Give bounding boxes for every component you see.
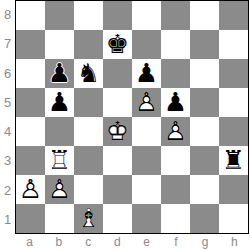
square-d4[interactable]: ♚♔ (103, 117, 132, 146)
square-f2[interactable] (161, 175, 190, 204)
square-c7[interactable] (74, 30, 103, 59)
black-pawn[interactable]: ♟ (45, 59, 74, 88)
black-pawn[interactable]: ♟ (132, 59, 161, 88)
square-h1[interactable] (219, 204, 248, 233)
square-h4[interactable] (219, 117, 248, 146)
square-a5[interactable] (16, 88, 45, 117)
file-label-h: h (220, 234, 249, 250)
black-pawn-glyph: ♟ (161, 88, 190, 117)
square-e5[interactable]: ♟♙ (132, 88, 161, 117)
white-pawn[interactable]: ♟♙ (132, 88, 161, 117)
square-b2[interactable]: ♟♙ (45, 175, 74, 204)
square-d8[interactable] (103, 1, 132, 30)
black-rook[interactable]: ♜ (219, 146, 248, 175)
rank-label-5: 5 (0, 88, 15, 117)
square-b8[interactable] (45, 1, 74, 30)
square-c2[interactable] (74, 175, 103, 204)
square-a7[interactable] (16, 30, 45, 59)
square-f5[interactable]: ♟ (161, 88, 190, 117)
square-h8[interactable] (219, 1, 248, 30)
square-d1[interactable] (103, 204, 132, 233)
square-f3[interactable] (161, 146, 190, 175)
square-g7[interactable] (190, 30, 219, 59)
square-c6[interactable]: ♞ (74, 59, 103, 88)
rank-label-6: 6 (0, 59, 15, 88)
white-pawn[interactable]: ♟♙ (161, 117, 190, 146)
square-g6[interactable] (190, 59, 219, 88)
black-pawn[interactable]: ♟ (45, 88, 74, 117)
white-pawn[interactable]: ♟♙ (16, 175, 45, 204)
square-d3[interactable] (103, 146, 132, 175)
square-c4[interactable] (74, 117, 103, 146)
square-e7[interactable] (132, 30, 161, 59)
file-label-b: b (44, 234, 73, 250)
square-a4[interactable] (16, 117, 45, 146)
square-d5[interactable] (103, 88, 132, 117)
square-a3[interactable] (16, 146, 45, 175)
square-f7[interactable] (161, 30, 190, 59)
black-knight-glyph: ♞ (74, 59, 103, 88)
rank-label-8: 8 (0, 0, 15, 29)
file-label-e: e (132, 234, 161, 250)
square-d2[interactable] (103, 175, 132, 204)
square-f4[interactable]: ♟♙ (161, 117, 190, 146)
file-label-g: g (191, 234, 220, 250)
square-h6[interactable] (219, 59, 248, 88)
square-a2[interactable]: ♟♙ (16, 175, 45, 204)
file-label-f: f (161, 234, 190, 250)
rank-labels: 87654321 (0, 0, 15, 234)
rank-label-4: 4 (0, 117, 15, 146)
file-label-d: d (103, 234, 132, 250)
chess-diagram: 87654321 ♚♟♞♟♟♟♙♟♚♔♟♙♜♖♜♟♙♟♙♝♗ abcdefgh (0, 0, 250, 250)
white-pawn-outline: ♙ (16, 175, 45, 204)
square-f8[interactable] (161, 1, 190, 30)
square-g3[interactable] (190, 146, 219, 175)
black-knight[interactable]: ♞ (74, 59, 103, 88)
black-king[interactable]: ♚ (103, 30, 132, 59)
file-label-a: a (15, 234, 44, 250)
rank-label-2: 2 (0, 176, 15, 205)
white-king-outline: ♔ (103, 117, 132, 146)
square-g4[interactable] (190, 117, 219, 146)
square-e2[interactable] (132, 175, 161, 204)
file-labels: abcdefgh (15, 234, 249, 250)
square-b4[interactable] (45, 117, 74, 146)
square-b6[interactable]: ♟ (45, 59, 74, 88)
square-b3[interactable]: ♜♖ (45, 146, 74, 175)
black-rook-glyph: ♜ (219, 146, 248, 175)
square-a6[interactable] (16, 59, 45, 88)
square-e4[interactable] (132, 117, 161, 146)
square-g8[interactable] (190, 1, 219, 30)
white-pawn-outline: ♙ (45, 175, 74, 204)
square-f1[interactable] (161, 204, 190, 233)
rank-label-1: 1 (0, 205, 15, 234)
square-g5[interactable] (190, 88, 219, 117)
white-king[interactable]: ♚♔ (103, 117, 132, 146)
square-h5[interactable] (219, 88, 248, 117)
square-e6[interactable]: ♟ (132, 59, 161, 88)
square-c5[interactable] (74, 88, 103, 117)
square-e8[interactable] (132, 1, 161, 30)
black-king-glyph: ♚ (103, 30, 132, 59)
square-b1[interactable] (45, 204, 74, 233)
white-pawn-outline: ♙ (161, 117, 190, 146)
white-rook-outline: ♖ (45, 146, 74, 175)
square-b7[interactable] (45, 30, 74, 59)
square-d6[interactable] (103, 59, 132, 88)
black-pawn[interactable]: ♟ (161, 88, 190, 117)
square-h3[interactable]: ♜ (219, 146, 248, 175)
black-pawn-glyph: ♟ (45, 88, 74, 117)
square-c1[interactable]: ♝♗ (74, 204, 103, 233)
square-c8[interactable] (74, 1, 103, 30)
rank-label-7: 7 (0, 29, 15, 58)
rank-label-3: 3 (0, 146, 15, 175)
file-label-c: c (74, 234, 103, 250)
square-h7[interactable] (219, 30, 248, 59)
white-bishop-outline: ♗ (74, 204, 103, 233)
white-bishop[interactable]: ♝♗ (74, 204, 103, 233)
square-d7[interactable]: ♚ (103, 30, 132, 59)
white-pawn[interactable]: ♟♙ (45, 175, 74, 204)
white-pawn-outline: ♙ (132, 88, 161, 117)
black-pawn-glyph: ♟ (132, 59, 161, 88)
square-b5[interactable]: ♟ (45, 88, 74, 117)
square-f6[interactable] (161, 59, 190, 88)
square-e1[interactable] (132, 204, 161, 233)
square-a1[interactable] (16, 204, 45, 233)
chess-board: ♚♟♞♟♟♟♙♟♚♔♟♙♜♖♜♟♙♟♙♝♗ (15, 0, 249, 234)
square-c3[interactable] (74, 146, 103, 175)
white-rook[interactable]: ♜♖ (45, 146, 74, 175)
square-g1[interactable] (190, 204, 219, 233)
square-g2[interactable] (190, 175, 219, 204)
square-a8[interactable] (16, 1, 45, 30)
square-e3[interactable] (132, 146, 161, 175)
square-h2[interactable] (219, 175, 248, 204)
black-pawn-glyph: ♟ (45, 59, 74, 88)
